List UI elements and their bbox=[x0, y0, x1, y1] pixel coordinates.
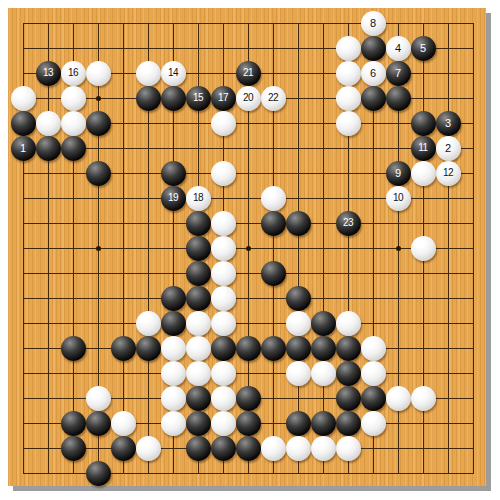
black-stone: 7 bbox=[386, 61, 411, 86]
black-stone bbox=[286, 286, 311, 311]
black-stone bbox=[161, 161, 186, 186]
black-stone bbox=[11, 111, 36, 136]
black-stone: 1 bbox=[11, 136, 36, 161]
white-stone bbox=[311, 361, 336, 386]
move-number-label: 5 bbox=[420, 43, 426, 54]
grid-line-vertical bbox=[448, 23, 449, 474]
black-stone bbox=[61, 436, 86, 461]
go-board[interactable]: 8451316142167151720223111291219181023 bbox=[8, 8, 486, 486]
white-stone bbox=[211, 386, 236, 411]
white-stone bbox=[361, 336, 386, 361]
move-number-label: 19 bbox=[168, 193, 178, 203]
white-stone: 14 bbox=[161, 61, 186, 86]
black-stone: 19 bbox=[161, 186, 186, 211]
white-stone bbox=[136, 311, 161, 336]
move-number-label: 13 bbox=[43, 68, 53, 78]
grid-line-horizontal bbox=[23, 323, 474, 324]
black-stone bbox=[361, 86, 386, 111]
white-stone bbox=[61, 111, 86, 136]
black-stone bbox=[336, 386, 361, 411]
white-stone bbox=[211, 161, 236, 186]
black-stone bbox=[61, 136, 86, 161]
white-stone: 4 bbox=[386, 36, 411, 61]
black-stone bbox=[186, 236, 211, 261]
black-stone bbox=[211, 436, 236, 461]
white-stone bbox=[211, 261, 236, 286]
white-stone bbox=[336, 436, 361, 461]
move-number-label: 3 bbox=[445, 118, 451, 129]
move-number-label: 18 bbox=[193, 193, 203, 203]
white-stone bbox=[211, 361, 236, 386]
white-stone bbox=[161, 361, 186, 386]
black-stone bbox=[61, 411, 86, 436]
black-stone bbox=[86, 411, 111, 436]
move-number-label: 12 bbox=[443, 168, 453, 178]
white-stone bbox=[411, 236, 436, 261]
white-stone bbox=[111, 411, 136, 436]
black-stone bbox=[161, 286, 186, 311]
black-stone bbox=[186, 286, 211, 311]
move-number-label: 23 bbox=[343, 218, 353, 228]
black-stone bbox=[311, 411, 336, 436]
black-stone bbox=[186, 261, 211, 286]
white-stone bbox=[336, 86, 361, 111]
star-point bbox=[246, 246, 251, 251]
black-stone bbox=[361, 386, 386, 411]
white-stone bbox=[386, 386, 411, 411]
black-stone bbox=[186, 411, 211, 436]
black-stone bbox=[161, 311, 186, 336]
black-stone bbox=[336, 336, 361, 361]
white-stone bbox=[186, 311, 211, 336]
white-stone bbox=[136, 61, 161, 86]
white-stone bbox=[61, 86, 86, 111]
white-stone bbox=[336, 311, 361, 336]
black-stone bbox=[236, 386, 261, 411]
move-number-label: 9 bbox=[395, 168, 401, 179]
black-stone bbox=[336, 411, 361, 436]
white-stone: 12 bbox=[436, 161, 461, 186]
black-stone bbox=[211, 336, 236, 361]
black-stone bbox=[286, 336, 311, 361]
move-number-label: 1 bbox=[20, 143, 26, 154]
black-stone bbox=[161, 86, 186, 111]
white-stone bbox=[11, 86, 36, 111]
page: 8451316142167151720223111291219181023 bbox=[0, 0, 500, 500]
black-stone bbox=[386, 86, 411, 111]
move-number-label: 8 bbox=[370, 18, 376, 29]
move-number-label: 14 bbox=[168, 68, 178, 78]
black-stone bbox=[236, 411, 261, 436]
star-point bbox=[96, 96, 101, 101]
white-stone: 6 bbox=[361, 61, 386, 86]
black-stone bbox=[236, 436, 261, 461]
white-stone: 22 bbox=[261, 86, 286, 111]
white-stone bbox=[36, 111, 61, 136]
white-stone: 16 bbox=[61, 61, 86, 86]
white-stone bbox=[361, 411, 386, 436]
white-stone bbox=[211, 286, 236, 311]
move-number-label: 17 bbox=[218, 93, 228, 103]
black-stone: 15 bbox=[186, 86, 211, 111]
white-stone bbox=[286, 361, 311, 386]
move-number-label: 11 bbox=[418, 143, 427, 153]
move-number-label: 20 bbox=[243, 93, 253, 103]
white-stone bbox=[286, 436, 311, 461]
black-stone bbox=[336, 361, 361, 386]
grid-line-vertical bbox=[323, 23, 324, 474]
black-stone bbox=[36, 136, 61, 161]
grid-line-horizontal bbox=[23, 298, 474, 299]
move-number-label: 2 bbox=[445, 143, 451, 154]
white-stone bbox=[311, 436, 336, 461]
black-stone: 11 bbox=[411, 136, 436, 161]
black-stone bbox=[111, 436, 136, 461]
white-stone bbox=[361, 361, 386, 386]
black-stone bbox=[86, 461, 111, 486]
black-stone: 17 bbox=[211, 86, 236, 111]
star-point bbox=[96, 246, 101, 251]
white-stone bbox=[211, 211, 236, 236]
move-number-label: 10 bbox=[393, 193, 403, 203]
black-stone bbox=[111, 336, 136, 361]
move-number-label: 7 bbox=[395, 68, 401, 79]
black-stone bbox=[186, 211, 211, 236]
white-stone bbox=[86, 386, 111, 411]
black-stone: 5 bbox=[411, 36, 436, 61]
black-stone bbox=[311, 311, 336, 336]
move-number-label: 22 bbox=[268, 93, 278, 103]
white-stone bbox=[286, 311, 311, 336]
white-stone bbox=[336, 111, 361, 136]
black-stone: 23 bbox=[336, 211, 361, 236]
white-stone: 20 bbox=[236, 86, 261, 111]
grid-line-horizontal bbox=[23, 273, 474, 274]
black-stone bbox=[261, 211, 286, 236]
white-stone: 2 bbox=[436, 136, 461, 161]
black-stone bbox=[361, 36, 386, 61]
move-number-label: 16 bbox=[68, 68, 78, 78]
white-stone bbox=[411, 161, 436, 186]
white-stone bbox=[211, 236, 236, 261]
grid-line-vertical bbox=[473, 23, 474, 474]
move-number-label: 6 bbox=[370, 68, 376, 79]
black-stone bbox=[136, 86, 161, 111]
grid-line-vertical bbox=[298, 23, 299, 474]
black-stone bbox=[411, 111, 436, 136]
black-stone: 9 bbox=[386, 161, 411, 186]
white-stone bbox=[211, 111, 236, 136]
move-number-label: 15 bbox=[193, 93, 203, 103]
black-stone bbox=[236, 336, 261, 361]
black-stone bbox=[86, 161, 111, 186]
white-stone bbox=[211, 411, 236, 436]
star-point bbox=[396, 246, 401, 251]
black-stone bbox=[286, 411, 311, 436]
black-stone bbox=[186, 386, 211, 411]
black-stone bbox=[286, 211, 311, 236]
white-stone: 8 bbox=[361, 11, 386, 36]
white-stone bbox=[336, 61, 361, 86]
white-stone bbox=[186, 361, 211, 386]
black-stone bbox=[311, 336, 336, 361]
white-stone: 18 bbox=[186, 186, 211, 211]
white-stone bbox=[186, 336, 211, 361]
move-number-label: 4 bbox=[395, 43, 401, 54]
grid-line-horizontal bbox=[23, 373, 474, 374]
move-number-label: 21 bbox=[243, 68, 253, 78]
black-stone bbox=[136, 336, 161, 361]
black-stone: 13 bbox=[36, 61, 61, 86]
black-stone bbox=[186, 436, 211, 461]
white-stone bbox=[261, 436, 286, 461]
white-stone bbox=[161, 336, 186, 361]
white-stone bbox=[161, 411, 186, 436]
white-stone bbox=[261, 186, 286, 211]
white-stone bbox=[411, 386, 436, 411]
white-stone bbox=[336, 36, 361, 61]
black-stone bbox=[261, 261, 286, 286]
black-stone bbox=[61, 336, 86, 361]
white-stone bbox=[86, 61, 111, 86]
black-stone bbox=[86, 111, 111, 136]
black-stone: 21 bbox=[236, 61, 261, 86]
white-stone: 10 bbox=[386, 186, 411, 211]
white-stone bbox=[211, 311, 236, 336]
black-stone: 3 bbox=[436, 111, 461, 136]
white-stone bbox=[161, 386, 186, 411]
white-stone bbox=[136, 436, 161, 461]
black-stone bbox=[261, 336, 286, 361]
